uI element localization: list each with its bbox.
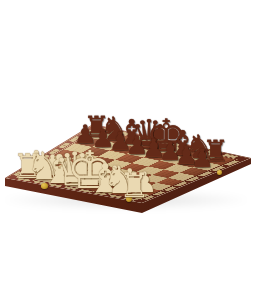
- piece-black-pawn-h7: ♟: [191, 146, 214, 172]
- product-photo: aa88bb77cc66dd55ee44ff33gg22hh11 ♜♞♝♛♚♝♞…: [0, 0, 254, 308]
- piece-white-rook-h1: ♜: [119, 168, 149, 202]
- pieces-layer: ♜♞♝♛♚♝♞♜♟♟♟♟♟♟♟♟♟♟♟♟♟♟♟♟♜♞♝♛♚♝♞♜: [0, 0, 254, 308]
